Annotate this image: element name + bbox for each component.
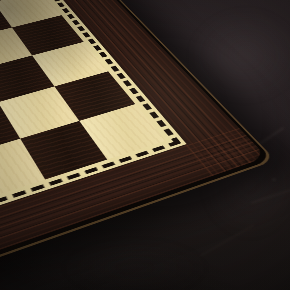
photo-vignette [0, 0, 290, 290]
table-surface [0, 0, 290, 290]
